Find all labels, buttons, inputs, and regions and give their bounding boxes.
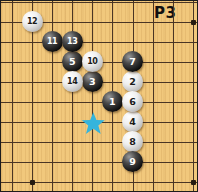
- move-number-label: 13: [67, 38, 77, 46]
- grid-line-v: [52, 1, 53, 192]
- star-point: [30, 180, 35, 185]
- grid-line-v: [92, 1, 93, 192]
- stone-white-4[interactable]: 4: [122, 111, 143, 132]
- grid-line-v: [12, 1, 13, 192]
- stone-white-6[interactable]: 6: [122, 91, 143, 112]
- stone-white-2[interactable]: 2: [122, 71, 143, 92]
- move-number-label: 6: [129, 97, 136, 107]
- move-number-label: 10: [87, 58, 97, 66]
- stone-white-12[interactable]: 12: [22, 11, 43, 32]
- go-board[interactable]: P3 1234567891011121314: [0, 0, 198, 192]
- stone-black-9[interactable]: 9: [122, 151, 143, 172]
- move-number-label: 3: [89, 77, 96, 87]
- grid-line-v: [72, 1, 73, 192]
- stone-white-14[interactable]: 14: [62, 71, 83, 92]
- grid-line-v: [173, 1, 174, 192]
- star-point: [191, 180, 196, 185]
- move-number-label: 12: [27, 18, 37, 26]
- stone-black-7[interactable]: 7: [122, 51, 143, 72]
- stone-black-5[interactable]: 5: [62, 51, 83, 72]
- move-number-label: 7: [129, 57, 136, 67]
- grid-line-h: [1, 2, 198, 3]
- grid-line-h: [1, 162, 198, 163]
- grid-line-h: [1, 42, 198, 43]
- stone-black-13[interactable]: 13: [62, 31, 83, 52]
- move-number-label: 1: [109, 97, 116, 107]
- stone-black-3[interactable]: 3: [82, 71, 103, 92]
- stone-white-10[interactable]: 10: [82, 51, 103, 72]
- stone-black-1[interactable]: 1: [102, 91, 123, 112]
- move-number-label: 14: [67, 78, 77, 86]
- grid-line-h: [1, 102, 198, 103]
- stone-white-8[interactable]: 8: [122, 131, 143, 152]
- grid-line-v: [153, 1, 154, 192]
- move-number-label: 4: [129, 117, 136, 127]
- move-number-label: 11: [47, 38, 57, 46]
- grid-line-v: [193, 1, 194, 192]
- move-number-label: 8: [129, 137, 136, 147]
- grid-line-h: [1, 142, 198, 143]
- move-number-label: 9: [129, 157, 136, 167]
- move-number-label: 5: [69, 57, 76, 67]
- stone-black-11[interactable]: 11: [42, 31, 63, 52]
- star-point: [191, 20, 196, 25]
- highlight-star-icon[interactable]: [81, 112, 105, 135]
- move-number-label: 2: [129, 77, 136, 87]
